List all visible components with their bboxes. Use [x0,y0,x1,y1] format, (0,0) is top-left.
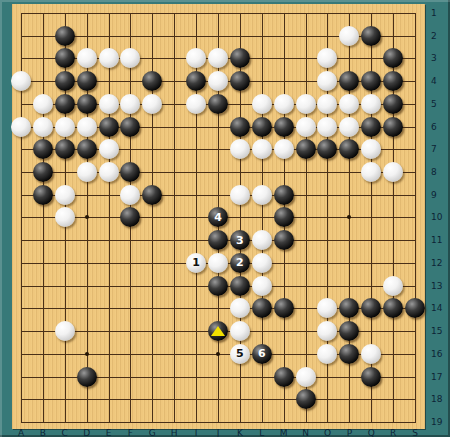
white-stone[interactable] [230,139,250,159]
black-stone[interactable] [339,344,359,364]
black-stone[interactable] [33,162,53,182]
black-stone[interactable] [186,71,206,91]
black-stone[interactable] [77,71,97,91]
column-label: M [280,429,288,437]
column-label: P [347,429,352,437]
row-label: 8 [431,168,437,177]
row-label: 11 [431,236,442,245]
column-label: Q [368,429,375,437]
row-label: 13 [431,281,442,290]
white-stone[interactable] [252,94,272,114]
white-stone[interactable] [208,48,228,68]
white-stone[interactable] [383,276,403,296]
black-stone[interactable] [120,207,140,227]
column-label: S [412,429,418,437]
grid-line-v [109,13,110,423]
black-stone[interactable] [230,71,250,91]
white-stone[interactable] [77,48,97,68]
column-label: A [18,429,24,437]
move-number: 4 [214,212,222,223]
white-stone[interactable] [230,321,250,341]
black-stone[interactable] [383,71,403,91]
column-label: I [195,429,198,437]
move-number: 6 [258,348,266,359]
row-label: 14 [431,304,442,313]
black-stone[interactable] [274,298,294,318]
row-label: 19 [431,417,442,426]
white-stone[interactable] [55,185,75,205]
white-stone[interactable] [361,162,381,182]
black-stone[interactable]: 6 [252,344,272,364]
black-stone[interactable] [405,298,425,318]
column-label: O [324,429,331,437]
white-stone[interactable] [120,94,140,114]
black-stone[interactable] [208,230,228,250]
star-point [85,352,89,356]
row-label: 10 [431,213,442,222]
black-stone[interactable] [77,94,97,114]
black-stone[interactable] [142,71,162,91]
column-label: C [62,429,68,437]
white-stone[interactable] [339,94,359,114]
white-stone[interactable] [317,321,337,341]
white-stone[interactable] [186,94,206,114]
white-stone[interactable] [296,367,316,387]
column-label: D [83,429,90,437]
white-stone[interactable] [296,94,316,114]
black-stone[interactable] [142,185,162,205]
column-label: L [259,429,264,437]
white-stone[interactable] [339,117,359,137]
white-stone[interactable] [77,117,97,137]
black-stone[interactable] [120,162,140,182]
move-number: 3 [236,235,244,246]
white-stone[interactable] [317,94,337,114]
triangle-marker-icon [211,326,225,336]
white-stone[interactable] [317,117,337,137]
white-stone[interactable] [361,94,381,114]
black-stone[interactable] [230,48,250,68]
white-stone[interactable] [99,94,119,114]
black-stone[interactable] [274,117,294,137]
row-label: 2 [431,31,437,40]
black-stone[interactable]: 3 [230,230,250,250]
column-label: E [106,429,112,437]
black-stone[interactable] [55,139,75,159]
go-board[interactable]: 431256 [12,4,425,429]
black-stone[interactable] [361,298,381,318]
row-label: 3 [431,54,437,63]
white-stone[interactable] [99,48,119,68]
white-stone[interactable] [230,298,250,318]
black-stone[interactable] [230,117,250,137]
column-label: F [128,429,133,437]
white-stone[interactable] [208,71,228,91]
column-label: K [237,429,243,437]
white-stone[interactable] [274,94,294,114]
black-stone[interactable] [33,139,53,159]
move-number: 2 [236,257,244,268]
column-label: N [302,429,309,437]
white-stone[interactable] [77,162,97,182]
black-stone[interactable] [296,389,316,409]
white-stone[interactable] [120,185,140,205]
star-point [85,215,89,219]
black-stone[interactable] [339,321,359,341]
grid-line-v [43,13,44,423]
white-stone[interactable] [317,48,337,68]
black-stone[interactable] [55,94,75,114]
white-stone[interactable] [142,94,162,114]
white-stone[interactable] [11,71,31,91]
white-stone[interactable] [317,298,337,318]
black-stone[interactable] [274,207,294,227]
white-stone[interactable] [252,276,272,296]
white-stone[interactable] [252,230,272,250]
white-stone[interactable] [99,162,119,182]
black-stone[interactable] [383,94,403,114]
white-stone[interactable] [383,162,403,182]
row-label: 5 [431,99,437,108]
black-stone[interactable] [55,48,75,68]
white-stone[interactable] [55,207,75,227]
star-point [347,215,351,219]
row-label: 15 [431,327,442,336]
black-stone[interactable]: 4 [208,207,228,227]
row-label: 17 [431,372,442,381]
black-stone[interactable] [77,367,97,387]
black-stone[interactable] [274,367,294,387]
move-number: 5 [236,348,244,359]
column-label: G [149,429,156,437]
black-stone[interactable] [361,117,381,137]
white-stone[interactable] [317,344,337,364]
white-stone[interactable] [361,139,381,159]
white-stone[interactable] [186,48,206,68]
black-stone[interactable] [208,276,228,296]
black-stone[interactable] [274,185,294,205]
black-stone[interactable]: 2 [230,253,250,273]
white-stone[interactable] [99,139,119,159]
black-stone[interactable] [99,117,119,137]
white-stone[interactable] [252,253,272,273]
black-stone[interactable] [361,26,381,46]
black-stone[interactable] [317,139,337,159]
grid-line-v [415,13,416,423]
row-label: 4 [431,77,437,86]
black-stone[interactable] [120,117,140,137]
column-label: R [390,429,396,437]
black-stone[interactable] [339,139,359,159]
black-stone[interactable] [33,185,53,205]
black-stone[interactable] [339,298,359,318]
black-stone[interactable] [55,71,75,91]
row-label: 16 [431,349,442,358]
black-stone[interactable] [383,298,403,318]
white-stone[interactable]: 1 [186,253,206,273]
black-stone[interactable] [230,276,250,296]
star-point [216,352,220,356]
white-stone[interactable] [361,344,381,364]
black-stone[interactable] [383,48,403,68]
black-stone[interactable] [208,321,228,341]
column-label: H [171,429,178,437]
black-stone[interactable] [252,117,272,137]
black-stone[interactable] [274,230,294,250]
white-stone[interactable] [33,94,53,114]
white-stone[interactable] [296,117,316,137]
grid-line-v [174,13,175,423]
row-label: 9 [431,190,437,199]
black-stone[interactable] [55,26,75,46]
white-stone[interactable] [55,321,75,341]
white-stone[interactable] [274,139,294,159]
black-stone[interactable] [361,367,381,387]
black-stone[interactable] [296,139,316,159]
white-stone[interactable] [55,117,75,137]
white-stone[interactable]: 5 [230,344,250,364]
white-stone[interactable] [120,48,140,68]
row-label: 7 [431,145,437,154]
white-stone[interactable] [208,253,228,273]
white-stone[interactable] [11,117,31,137]
white-stone[interactable] [317,71,337,91]
grid-line-v [306,13,307,423]
black-stone[interactable] [208,94,228,114]
black-stone[interactable] [339,71,359,91]
row-label: 1 [431,9,437,18]
row-label: 18 [431,395,442,404]
move-number: 1 [192,257,200,268]
black-stone[interactable] [361,71,381,91]
black-stone[interactable] [383,117,403,137]
row-label: 12 [431,258,442,267]
white-stone[interactable] [230,185,250,205]
black-stone[interactable] [252,298,272,318]
white-stone[interactable] [339,26,359,46]
row-label: 6 [431,122,437,131]
white-stone[interactable] [33,117,53,137]
white-stone[interactable] [252,185,272,205]
white-stone[interactable] [252,139,272,159]
column-label: B [40,429,46,437]
black-stone[interactable] [77,139,97,159]
go-app-window: 431256 ABCDEFGHIJKLMNOPQRS12345678910111… [0,0,450,437]
column-label: J [217,429,220,437]
